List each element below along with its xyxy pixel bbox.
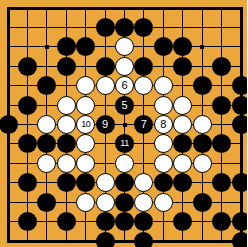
stone-white	[76, 96, 95, 115]
stone-black	[37, 134, 56, 153]
stone-black	[57, 134, 76, 153]
stone-white	[154, 193, 173, 212]
stone-black	[115, 193, 134, 212]
stone-white	[57, 96, 76, 115]
board-edge-line-horizontal	[7, 240, 243, 243]
stone-white: 6	[115, 76, 134, 95]
stone-black	[232, 212, 248, 231]
stone-black	[232, 76, 248, 95]
stone-white	[154, 76, 173, 95]
stone-black	[18, 173, 37, 192]
stone-black	[115, 173, 134, 192]
stone-white	[37, 154, 56, 173]
stone-black	[154, 37, 173, 56]
stone-black	[212, 173, 231, 192]
stone-black	[134, 57, 153, 76]
stone-white	[76, 76, 95, 95]
stone-white	[96, 173, 115, 192]
stone-white	[76, 134, 95, 153]
stone-black: 9	[96, 115, 115, 134]
stone-black	[18, 212, 37, 231]
stone-black	[18, 134, 37, 153]
stone-black	[0, 115, 18, 134]
stone-black	[18, 57, 37, 76]
stone-black	[212, 212, 231, 231]
move-number-label: 5	[121, 100, 127, 111]
stone-black	[134, 18, 153, 37]
move-number-label: 11	[120, 139, 128, 148]
stone-white	[134, 193, 153, 212]
move-number-label: 6	[121, 80, 127, 91]
stone-black	[212, 57, 231, 76]
stone-white	[134, 173, 153, 192]
stone-black	[173, 134, 192, 153]
stone-white	[173, 96, 192, 115]
stone-white	[173, 154, 192, 173]
stone-black	[96, 18, 115, 37]
stone-black	[134, 232, 153, 247]
stone-white	[57, 154, 76, 173]
stone-black	[76, 173, 95, 192]
stone-black	[115, 18, 134, 37]
stone-black	[37, 193, 56, 212]
stone-white	[76, 193, 95, 212]
stone-black	[173, 57, 192, 76]
stone-white	[193, 154, 212, 173]
star-point	[45, 45, 49, 49]
stone-white	[134, 76, 153, 95]
stone-white	[193, 115, 212, 134]
stone-black	[232, 96, 248, 115]
stone-black	[57, 212, 76, 231]
stone-black	[193, 76, 212, 95]
move-number-label: 9	[102, 119, 108, 130]
stone-black	[96, 57, 115, 76]
stone-black	[193, 134, 212, 153]
stone-white	[154, 96, 173, 115]
stone-black	[212, 134, 231, 153]
stone-white	[96, 76, 115, 95]
star-point	[123, 123, 127, 127]
move-number-label: 8	[160, 119, 166, 130]
stone-black	[212, 96, 231, 115]
stone-black	[154, 173, 173, 192]
stone-black	[173, 212, 192, 231]
stone-white	[154, 154, 173, 173]
grid-line-vertical	[221, 7, 222, 243]
stone-white: 10	[76, 115, 95, 134]
go-board: 651097811	[0, 0, 247, 247]
stone-black: 7	[134, 115, 153, 134]
stone-white	[76, 154, 95, 173]
stone-white	[154, 134, 173, 153]
stone-black	[96, 212, 115, 231]
stone-white	[115, 37, 134, 56]
stone-black	[173, 37, 192, 56]
stone-black	[76, 37, 95, 56]
stone-black	[96, 232, 115, 247]
stone-black	[232, 173, 248, 192]
stone-black	[57, 173, 76, 192]
stone-black	[115, 212, 134, 231]
stone-black	[193, 193, 212, 212]
stone-black	[232, 115, 248, 134]
stone-black	[232, 232, 248, 247]
move-number-label: 7	[141, 119, 147, 130]
move-number-label: 10	[81, 120, 90, 129]
stone-black	[134, 212, 153, 231]
stone-white	[115, 57, 134, 76]
stone-black	[57, 37, 76, 56]
stone-white	[57, 115, 76, 134]
stone-black	[57, 57, 76, 76]
stone-black: 5	[115, 96, 134, 115]
stone-white	[115, 154, 134, 173]
stone-black	[37, 76, 56, 95]
stone-black	[18, 96, 37, 115]
stone-black	[173, 173, 192, 192]
stone-white	[37, 115, 56, 134]
star-point	[200, 45, 204, 49]
stone-white	[173, 115, 192, 134]
stone-black: 11	[115, 134, 134, 153]
stone-white: 8	[154, 115, 173, 134]
stone-white	[96, 193, 115, 212]
